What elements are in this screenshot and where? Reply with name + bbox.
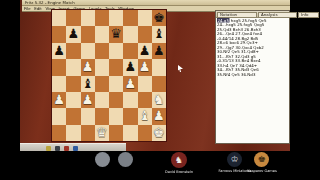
piece-white-knight-h3: ♞ (152, 92, 166, 108)
piece-white-king-h1: ♚ (152, 125, 166, 141)
square-b5[interactable] (66, 59, 80, 75)
piece-white-bishop-g2: ♝ (138, 108, 152, 124)
piece-white-pawn-c3: ♟ (81, 92, 95, 108)
square-e4[interactable] (109, 76, 123, 92)
square-g1[interactable] (138, 125, 152, 141)
square-g2[interactable]: ♝ (138, 108, 152, 124)
square-c8[interactable] (81, 10, 95, 26)
square-g8[interactable] (138, 10, 152, 26)
square-e3[interactable] (109, 92, 123, 108)
notation-toolbar: NotationAnalysisInfo (216, 11, 289, 18)
square-g5[interactable]: ♟ (138, 59, 152, 75)
square-c2[interactable] (81, 108, 95, 124)
piece-black-bishop-c4: ♝ (81, 76, 95, 92)
panel-tab-label: Analysis (261, 13, 277, 17)
square-d1[interactable]: ♛ (95, 125, 109, 141)
square-a2[interactable] (52, 108, 66, 124)
panel-tab-label: Notation (220, 13, 237, 17)
taskbar-icon-2[interactable] (55, 146, 60, 151)
piece-black-pawn-a6: ♟ (52, 43, 66, 59)
square-d3[interactable] (95, 92, 109, 108)
square-e7[interactable]: ♛ (109, 26, 123, 42)
square-f3[interactable] (123, 92, 137, 108)
taskbar-icon-3[interactable] (64, 146, 69, 151)
square-h4[interactable] (152, 76, 166, 92)
square-h6[interactable]: ♟ (152, 43, 166, 59)
square-d4[interactable] (95, 76, 109, 92)
square-c4[interactable]: ♝ (81, 76, 95, 92)
avatar-3-caption: David Bronstein (159, 170, 199, 174)
square-d8[interactable] (95, 10, 109, 26)
notation-moves[interactable]: 24.g5 hxg5 25.fxg5 Qe524...hxg5 25.fxg5 … (217, 18, 288, 77)
square-h3[interactable]: ♞ (152, 92, 166, 108)
square-h7[interactable]: ♝ (152, 26, 166, 42)
square-h1[interactable]: ♚ (152, 125, 166, 141)
taskbar-icon-1[interactable] (46, 146, 51, 151)
square-c1[interactable] (81, 125, 95, 141)
square-a6[interactable]: ♟ (52, 43, 66, 59)
square-g7[interactable] (138, 26, 152, 42)
menu-item-file[interactable]: File (24, 6, 31, 11)
square-f1[interactable] (123, 125, 137, 141)
avatar-2-icon[interactable] (118, 152, 133, 167)
panel-tab-info[interactable]: Info (298, 12, 319, 18)
square-d6[interactable] (95, 43, 109, 59)
chess-board[interactable]: ♚♟♛♝♟♟♟♟♟♟♝♟♟♟♞♝♟♛♚ (51, 9, 167, 142)
piece-white-pawn-c5: ♟ (81, 59, 95, 75)
piece-black-queen-e7: ♛ (109, 26, 123, 42)
taskbar-icon-4[interactable] (73, 146, 78, 151)
square-b6[interactable] (66, 43, 80, 59)
square-a5[interactable] (52, 59, 66, 75)
square-f2[interactable] (123, 108, 137, 124)
square-a4[interactable] (52, 76, 66, 92)
video-endscreen-bar: ♞David Bronstein♔Famous Miniatures♚Kaspa… (0, 151, 320, 180)
square-c3[interactable]: ♟ (81, 92, 95, 108)
square-f5[interactable]: ♟ (123, 59, 137, 75)
avatar-4-glyph: ♔ (227, 152, 242, 167)
square-e6[interactable] (109, 43, 123, 59)
square-b2[interactable] (66, 108, 80, 124)
square-d7[interactable] (95, 26, 109, 42)
square-b7[interactable]: ♟ (66, 26, 80, 42)
piece-black-pawn-f5: ♟ (123, 59, 137, 75)
piece-black-king-h8: ♚ (152, 10, 166, 26)
square-c6[interactable] (81, 43, 95, 59)
square-c5[interactable]: ♟ (81, 59, 95, 75)
piece-white-pawn-g5: ♟ (138, 59, 152, 75)
notation-panel: NotationAnalysisInfo 24.g5 hxg5 25.fxg5 … (215, 10, 290, 144)
square-h5[interactable] (152, 59, 166, 75)
piece-black-pawn-g6: ♟ (138, 43, 152, 59)
avatar-5-caption: Kasparov Games (242, 169, 282, 173)
piece-black-bishop-h7: ♝ (152, 26, 166, 42)
square-b1[interactable] (66, 125, 80, 141)
square-a1[interactable] (52, 125, 66, 141)
panel-tab-label: Info (301, 13, 309, 17)
square-g6[interactable]: ♟ (138, 43, 152, 59)
square-h2[interactable]: ♟ (152, 108, 166, 124)
square-a3[interactable]: ♟ (52, 92, 66, 108)
piece-black-pawn-b7: ♟ (66, 26, 80, 42)
square-b8[interactable] (66, 10, 80, 26)
square-f7[interactable] (123, 26, 137, 42)
avatar-5-icon[interactable]: ♚ (254, 152, 269, 167)
piece-white-queen-d1: ♛ (95, 125, 109, 141)
square-e1[interactable] (109, 125, 123, 141)
screen: Fritz 5.32 - Engine Match FileEditViewIn… (0, 0, 320, 180)
avatar-5-glyph: ♚ (254, 152, 269, 167)
avatar-1-icon[interactable] (95, 152, 110, 167)
square-a8[interactable] (52, 10, 66, 26)
piece-black-pawn-h6: ♟ (152, 43, 166, 59)
piece-white-pawn-a3: ♟ (52, 92, 66, 108)
square-b3[interactable] (66, 92, 80, 108)
avatar-3-glyph: ♞ (171, 152, 187, 168)
square-f4[interactable]: ♟ (123, 76, 137, 92)
menu-item-edit[interactable]: Edit (34, 6, 42, 11)
square-d2[interactable] (95, 108, 109, 124)
piece-white-pawn-h2: ♟ (152, 108, 166, 124)
square-f8[interactable] (123, 10, 137, 26)
square-e2[interactable] (109, 108, 123, 124)
square-g3[interactable] (138, 92, 152, 108)
square-d5[interactable] (95, 59, 109, 75)
square-g4[interactable] (138, 76, 152, 92)
notation-line[interactable]: 35.Nf4 Qe5 36.Nd3 (217, 72, 288, 77)
square-f6[interactable] (123, 43, 137, 59)
square-h8[interactable]: ♚ (152, 10, 166, 26)
avatar-4-icon[interactable]: ♔ (227, 152, 242, 167)
window-title: Fritz 5.32 - Engine Match (25, 0, 75, 5)
avatar-3-icon[interactable]: ♞ (171, 152, 187, 168)
square-a7[interactable] (52, 26, 66, 42)
square-e8[interactable] (109, 10, 123, 26)
square-e5[interactable] (109, 59, 123, 75)
square-b4[interactable] (66, 76, 80, 92)
piece-white-pawn-f4: ♟ (123, 76, 137, 92)
square-c7[interactable] (81, 26, 95, 42)
